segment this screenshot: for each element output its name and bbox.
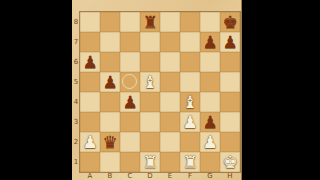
square-d2[interactable] — [140, 132, 160, 152]
file-label-c: C — [120, 172, 140, 180]
square-c6[interactable] — [120, 52, 140, 72]
square-e1[interactable] — [160, 152, 180, 172]
square-h7[interactable]: ♟ — [220, 32, 240, 52]
white-bishop[interactable]: ♝ — [180, 92, 200, 112]
square-g4[interactable] — [200, 92, 220, 112]
rank-label-2: 2 — [72, 132, 80, 152]
square-b2[interactable]: ♛ — [100, 132, 120, 152]
square-f7[interactable] — [180, 32, 200, 52]
rank-label-8: 8 — [72, 12, 80, 32]
square-e4[interactable] — [160, 92, 180, 112]
rank-label-5: 5 — [72, 72, 80, 92]
file-label-a: A — [80, 172, 100, 180]
file-labels: ABCDEFGH — [80, 172, 240, 180]
square-f3[interactable]: ♟ — [180, 112, 200, 132]
square-h1[interactable]: ♚ — [220, 152, 240, 172]
square-a7[interactable] — [80, 32, 100, 52]
square-d8[interactable]: ♜ — [140, 12, 160, 32]
white-bishop[interactable]: ♝ — [140, 72, 160, 92]
square-h5[interactable] — [220, 72, 240, 92]
square-b1[interactable] — [100, 152, 120, 172]
square-f4[interactable]: ♝ — [180, 92, 200, 112]
black-rook[interactable]: ♜ — [140, 12, 160, 32]
white-king[interactable]: ♚ — [220, 152, 240, 172]
square-c5[interactable] — [120, 72, 140, 92]
rank-label-4: 4 — [72, 92, 80, 112]
square-d4[interactable] — [140, 92, 160, 112]
square-e6[interactable] — [160, 52, 180, 72]
square-e5[interactable] — [160, 72, 180, 92]
square-c3[interactable] — [120, 112, 140, 132]
rank-label-7: 7 — [72, 32, 80, 52]
black-pawn[interactable]: ♟ — [100, 72, 120, 92]
file-label-g: G — [200, 172, 220, 180]
square-g8[interactable] — [200, 12, 220, 32]
square-a3[interactable] — [80, 112, 100, 132]
rank-label-1: 1 — [72, 152, 80, 172]
black-pawn[interactable]: ♟ — [220, 32, 240, 52]
rank-label-3: 3 — [72, 112, 80, 132]
square-h2[interactable] — [220, 132, 240, 152]
square-g7[interactable]: ♟ — [200, 32, 220, 52]
white-pawn[interactable]: ♟ — [80, 132, 100, 152]
black-pawn[interactable]: ♟ — [200, 32, 220, 52]
square-e8[interactable] — [160, 12, 180, 32]
file-label-b: B — [100, 172, 120, 180]
board-right-edge — [241, 0, 242, 180]
square-b7[interactable] — [100, 32, 120, 52]
square-f1[interactable]: ♜ — [180, 152, 200, 172]
square-d1[interactable]: ♜ — [140, 152, 160, 172]
square-b8[interactable] — [100, 12, 120, 32]
square-a6[interactable]: ♟ — [80, 52, 100, 72]
square-h8[interactable]: ♚ — [220, 12, 240, 32]
square-c8[interactable] — [120, 12, 140, 32]
black-pawn[interactable]: ♟ — [120, 92, 140, 112]
square-e3[interactable] — [160, 112, 180, 132]
square-g6[interactable] — [200, 52, 220, 72]
square-a8[interactable] — [80, 12, 100, 32]
square-b4[interactable] — [100, 92, 120, 112]
square-d3[interactable] — [140, 112, 160, 132]
square-f5[interactable] — [180, 72, 200, 92]
square-h3[interactable] — [220, 112, 240, 132]
square-c2[interactable] — [120, 132, 140, 152]
square-g1[interactable] — [200, 152, 220, 172]
square-b6[interactable] — [100, 52, 120, 72]
square-f8[interactable] — [180, 12, 200, 32]
white-pawn[interactable]: ♟ — [180, 112, 200, 132]
square-c7[interactable] — [120, 32, 140, 52]
file-label-h: H — [220, 172, 240, 180]
black-king[interactable]: ♚ — [220, 12, 240, 32]
square-d6[interactable] — [140, 52, 160, 72]
rank-labels: 87654321 — [72, 12, 80, 172]
square-h6[interactable] — [220, 52, 240, 72]
chess-board-panel: 87654321 ♜♚♟♟♟♟♝♟♝♟♟♟♛♟♜♜♚ ABCDEFGH — [72, 0, 242, 180]
square-b5[interactable]: ♟ — [100, 72, 120, 92]
square-g3[interactable]: ♟ — [200, 112, 220, 132]
square-g5[interactable] — [200, 72, 220, 92]
square-a4[interactable] — [80, 92, 100, 112]
square-c4[interactable]: ♟ — [120, 92, 140, 112]
move-annotation-circle — [122, 74, 137, 89]
square-b3[interactable] — [100, 112, 120, 132]
square-h4[interactable] — [220, 92, 240, 112]
square-f2[interactable] — [180, 132, 200, 152]
square-a2[interactable]: ♟ — [80, 132, 100, 152]
square-g2[interactable]: ♟ — [200, 132, 220, 152]
rank-label-6: 6 — [72, 52, 80, 72]
square-f6[interactable] — [180, 52, 200, 72]
black-queen[interactable]: ♛ — [100, 132, 120, 152]
black-pawn[interactable]: ♟ — [200, 112, 220, 132]
square-e7[interactable] — [160, 32, 180, 52]
square-d7[interactable] — [140, 32, 160, 52]
file-label-e: E — [160, 172, 180, 180]
square-a1[interactable] — [80, 152, 100, 172]
white-pawn[interactable]: ♟ — [200, 132, 220, 152]
chess-board[interactable]: ♜♚♟♟♟♟♝♟♝♟♟♟♛♟♜♜♚ — [80, 12, 240, 172]
square-a5[interactable] — [80, 72, 100, 92]
white-rook[interactable]: ♜ — [140, 152, 160, 172]
file-label-f: F — [180, 172, 200, 180]
square-c1[interactable] — [120, 152, 140, 172]
square-e2[interactable] — [160, 132, 180, 152]
white-rook[interactable]: ♜ — [180, 152, 200, 172]
file-label-d: D — [140, 172, 160, 180]
square-d5[interactable]: ♝ — [140, 72, 160, 92]
black-pawn[interactable]: ♟ — [80, 52, 100, 72]
